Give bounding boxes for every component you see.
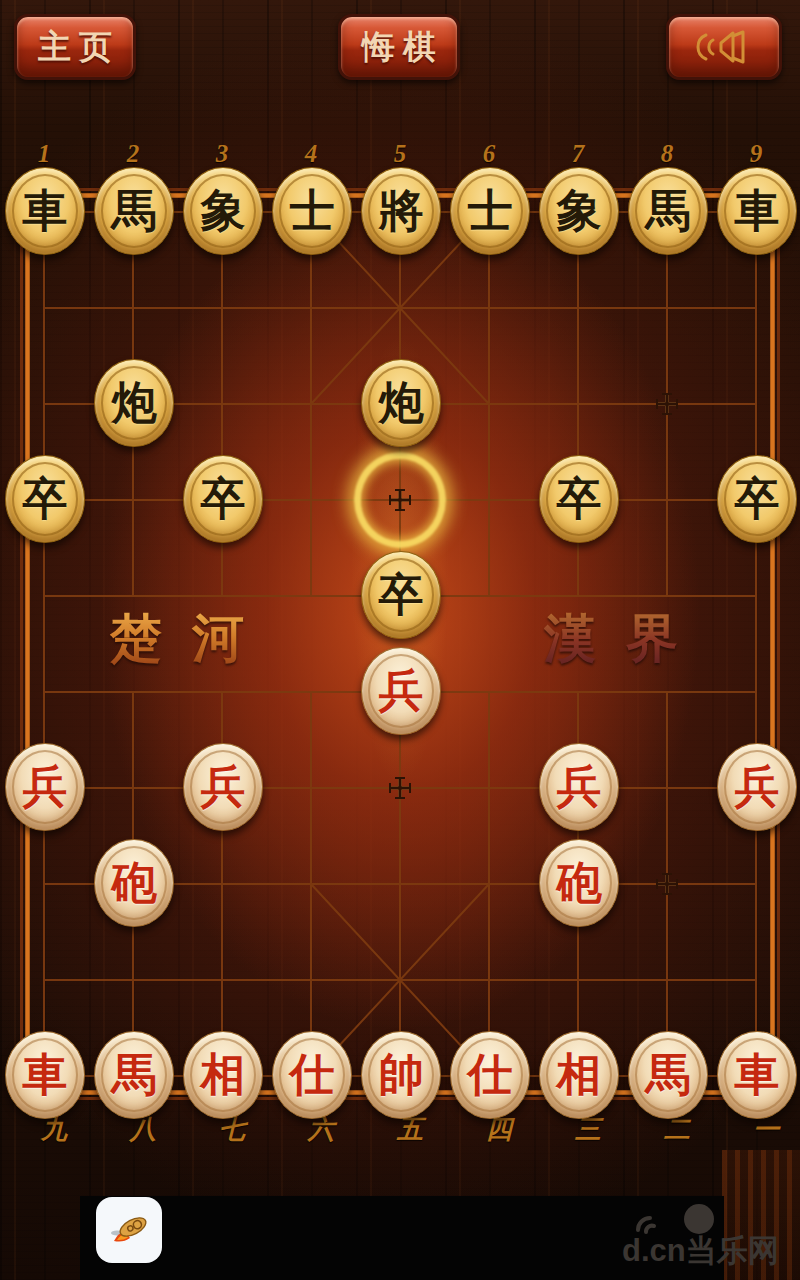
column-number-top: 2	[111, 140, 155, 168]
river-text-left: 楚河	[110, 604, 274, 674]
column-number-top: 9	[734, 140, 778, 168]
piece-character: 兵	[735, 757, 780, 817]
piece-character: 仕	[468, 1045, 513, 1105]
piece-black-elephant[interactable]: 象	[183, 167, 263, 255]
piece-black-soldier[interactable]: 卒	[539, 455, 619, 543]
piece-character: 馬	[112, 181, 157, 241]
piece-black-cannon[interactable]: 炮	[94, 359, 174, 447]
speaker-icon	[692, 23, 756, 71]
piece-character: 士	[468, 181, 513, 241]
column-number-top: 1	[22, 140, 66, 168]
piece-red-cannon[interactable]: 砲	[94, 839, 174, 927]
piece-red-elephant[interactable]: 相	[183, 1031, 263, 1119]
piece-black-cannon[interactable]: 炮	[361, 359, 441, 447]
rocket-icon	[107, 1208, 151, 1252]
piece-character: 馬	[646, 181, 691, 241]
piece-character: 兵	[379, 661, 424, 721]
piece-black-elephant[interactable]: 象	[539, 167, 619, 255]
piece-red-chariot[interactable]: 車	[717, 1031, 797, 1119]
piece-character: 兵	[557, 757, 602, 817]
piece-character: 車	[23, 181, 68, 241]
piece-character: 卒	[557, 469, 602, 529]
piece-black-advisor[interactable]: 士	[272, 167, 352, 255]
piece-character: 砲	[112, 853, 157, 913]
piece-character: 車	[23, 1045, 68, 1105]
column-number-top: 8	[645, 140, 689, 168]
column-number-top: 5	[378, 140, 422, 168]
piece-character: 馬	[646, 1045, 691, 1105]
piece-character: 象	[557, 181, 602, 241]
home-button-label: 主页	[38, 25, 120, 70]
piece-black-soldier[interactable]: 卒	[183, 455, 263, 543]
ad-app-thumbnail[interactable]	[96, 1197, 162, 1263]
piece-black-general[interactable]: 將	[361, 167, 441, 255]
piece-character: 炮	[379, 373, 424, 433]
river-text-right: 漢界	[544, 604, 708, 674]
piece-black-soldier[interactable]: 卒	[717, 455, 797, 543]
piece-character: 卒	[379, 565, 424, 625]
piece-red-horse[interactable]: 馬	[628, 1031, 708, 1119]
piece-red-soldier[interactable]: 兵	[183, 743, 263, 831]
piece-character: 兵	[23, 757, 68, 817]
piece-red-cannon[interactable]: 砲	[539, 839, 619, 927]
piece-character: 卒	[201, 469, 246, 529]
piece-character: 卒	[23, 469, 68, 529]
piece-character: 仕	[290, 1045, 335, 1105]
piece-black-horse[interactable]: 馬	[628, 167, 708, 255]
piece-red-soldier[interactable]: 兵	[539, 743, 619, 831]
piece-character: 車	[735, 1045, 780, 1105]
column-number-top: 4	[289, 140, 333, 168]
piece-red-horse[interactable]: 馬	[94, 1031, 174, 1119]
undo-button-label: 悔棋	[362, 25, 444, 70]
piece-red-chariot[interactable]: 車	[5, 1031, 85, 1119]
piece-character: 士	[290, 181, 335, 241]
home-button[interactable]: 主页	[14, 14, 136, 80]
piece-character: 兵	[201, 757, 246, 817]
piece-black-soldier[interactable]: 卒	[5, 455, 85, 543]
piece-character: 馬	[112, 1045, 157, 1105]
piece-black-soldier[interactable]: 卒	[361, 551, 441, 639]
piece-black-advisor[interactable]: 士	[450, 167, 530, 255]
column-number-top: 6	[467, 140, 511, 168]
piece-black-chariot[interactable]: 車	[5, 167, 85, 255]
piece-red-soldier[interactable]: 兵	[5, 743, 85, 831]
piece-character: 象	[201, 181, 246, 241]
piece-character: 相	[557, 1045, 602, 1105]
piece-red-elephant[interactable]: 相	[539, 1031, 619, 1119]
piece-character: 車	[735, 181, 780, 241]
piece-black-horse[interactable]: 馬	[94, 167, 174, 255]
piece-character: 炮	[112, 373, 157, 433]
undo-move-button[interactable]: 悔棋	[338, 14, 460, 80]
column-number-top: 3	[200, 140, 244, 168]
xiangqi-app-screen: 主页 悔棋	[0, 0, 800, 1280]
piece-red-advisor[interactable]: 仕	[450, 1031, 530, 1119]
piece-character: 卒	[735, 469, 780, 529]
piece-character: 將	[379, 181, 424, 241]
column-number-top: 7	[556, 140, 600, 168]
piece-character: 砲	[557, 853, 602, 913]
piece-red-soldier[interactable]: 兵	[361, 647, 441, 735]
background-texture	[722, 1150, 800, 1280]
ad-banner[interactable]	[80, 1196, 724, 1280]
piece-red-soldier[interactable]: 兵	[717, 743, 797, 831]
sound-toggle-button[interactable]	[666, 14, 782, 80]
piece-black-chariot[interactable]: 車	[717, 167, 797, 255]
piece-red-advisor[interactable]: 仕	[272, 1031, 352, 1119]
piece-red-general[interactable]: 帥	[361, 1031, 441, 1119]
piece-character: 帥	[379, 1045, 424, 1105]
piece-character: 相	[201, 1045, 246, 1105]
